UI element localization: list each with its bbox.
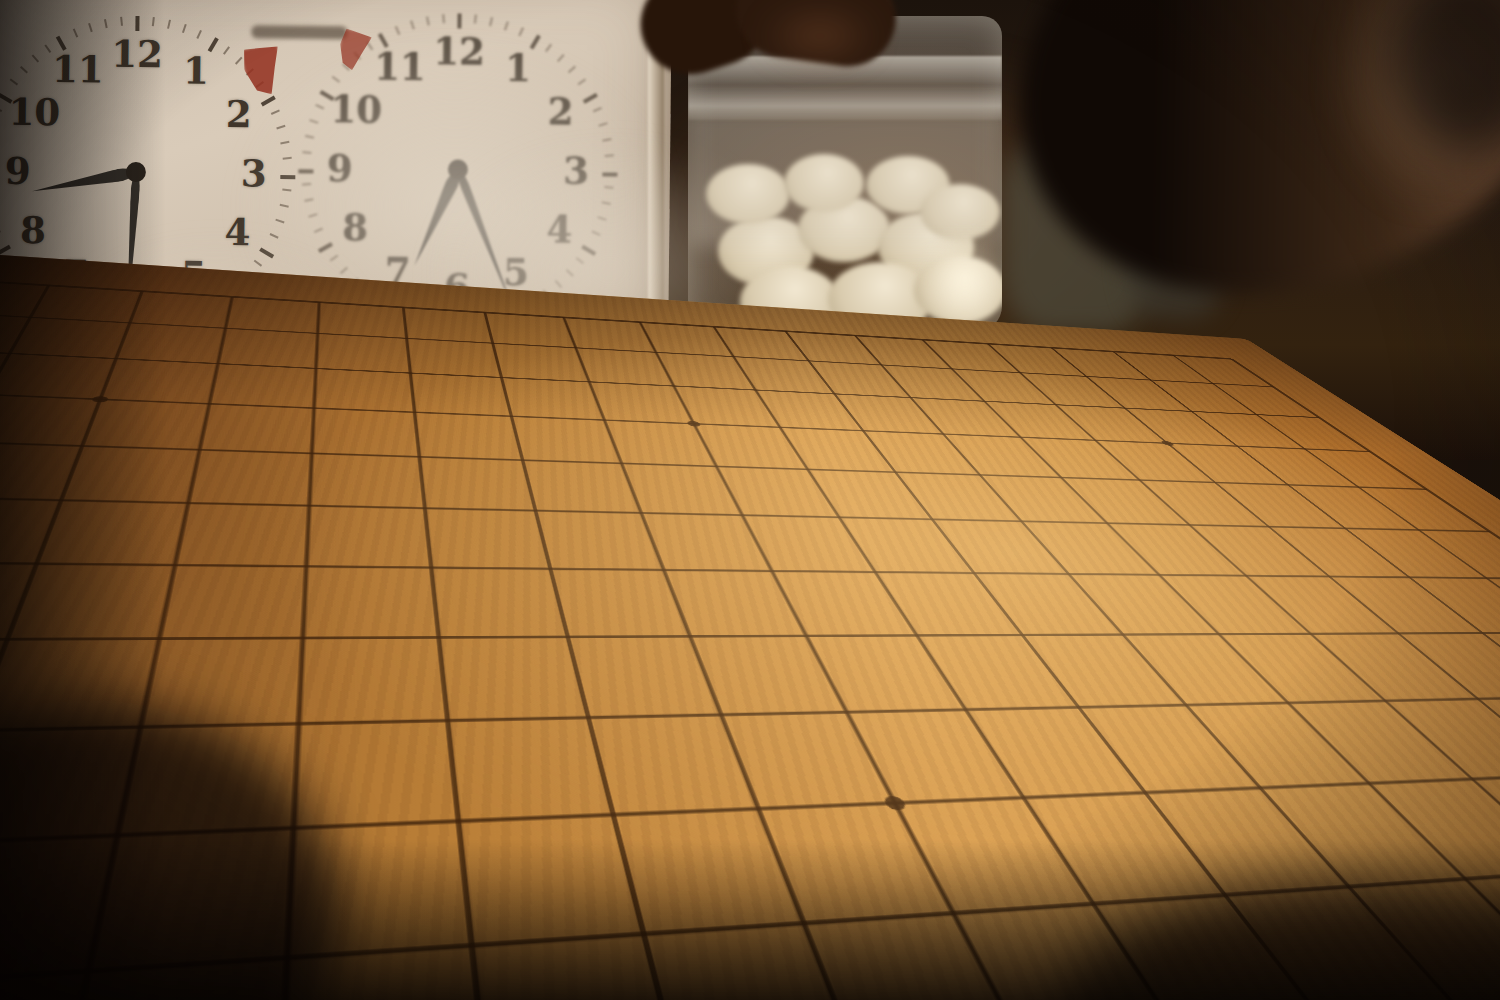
photo-stage: 123456789101112 123456789101112 (0, 0, 1500, 1000)
